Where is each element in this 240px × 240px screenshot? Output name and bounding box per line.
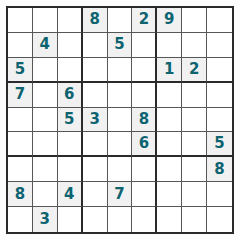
cell-r3c7[interactable]: 1 [157,58,182,83]
cell-r4c7[interactable] [157,83,182,108]
cell-r3c9[interactable] [207,58,232,83]
cell-r2c5[interactable]: 5 [108,33,133,58]
cell-r6c8[interactable] [182,132,207,157]
sudoku-widget: 82945512765386588473 [0,0,240,240]
cell-r7c7[interactable] [157,157,182,182]
cell-r3c4[interactable] [83,58,108,83]
cell-r9c8[interactable] [182,207,207,232]
cell-r5c3[interactable]: 5 [58,108,83,133]
cell-r6c6[interactable]: 6 [132,132,157,157]
cell-r8c1[interactable]: 8 [8,182,33,207]
cell-r7c6[interactable] [132,157,157,182]
cell-r9c1[interactable] [8,207,33,232]
cell-r5c5[interactable] [108,108,133,133]
cell-r8c6[interactable] [132,182,157,207]
cell-r1c9[interactable] [207,8,232,33]
cell-r6c5[interactable] [108,132,133,157]
cell-r7c5[interactable] [108,157,133,182]
cell-r6c2[interactable] [33,132,58,157]
cell-r5c7[interactable] [157,108,182,133]
cell-r4c4[interactable] [83,83,108,108]
cell-r1c7[interactable]: 9 [157,8,182,33]
cell-r6c4[interactable] [83,132,108,157]
cell-r8c9[interactable] [207,182,232,207]
cell-r8c2[interactable] [33,182,58,207]
cell-r3c6[interactable] [132,58,157,83]
cell-r1c3[interactable] [58,8,83,33]
cell-r7c8[interactable] [182,157,207,182]
cell-r5c1[interactable] [8,108,33,133]
cell-r7c1[interactable] [8,157,33,182]
cell-r4c1[interactable]: 7 [8,83,33,108]
cell-r1c1[interactable] [8,8,33,33]
cell-r9c4[interactable] [83,207,108,232]
cell-r9c5[interactable] [108,207,133,232]
cell-r7c4[interactable] [83,157,108,182]
cell-r6c3[interactable] [58,132,83,157]
cell-r8c7[interactable] [157,182,182,207]
cell-r1c8[interactable] [182,8,207,33]
cell-r9c7[interactable] [157,207,182,232]
cell-r1c4[interactable]: 8 [83,8,108,33]
cell-r1c5[interactable] [108,8,133,33]
cell-r2c8[interactable] [182,33,207,58]
cell-r3c2[interactable] [33,58,58,83]
cell-r3c5[interactable] [108,58,133,83]
cell-r2c3[interactable] [58,33,83,58]
cell-r5c9[interactable] [207,108,232,133]
cell-r2c9[interactable] [207,33,232,58]
cell-r5c6[interactable]: 8 [132,108,157,133]
cell-r9c6[interactable] [132,207,157,232]
cell-r2c4[interactable] [83,33,108,58]
cell-r7c9[interactable]: 8 [207,157,232,182]
cell-r8c4[interactable] [83,182,108,207]
cell-r6c1[interactable] [8,132,33,157]
cell-r3c3[interactable] [58,58,83,83]
cell-r4c9[interactable] [207,83,232,108]
cell-r4c6[interactable] [132,83,157,108]
cell-r3c1[interactable]: 5 [8,58,33,83]
cell-r6c7[interactable] [157,132,182,157]
cell-r9c2[interactable]: 3 [33,207,58,232]
cell-r4c5[interactable] [108,83,133,108]
cell-r5c2[interactable] [33,108,58,133]
cell-r9c3[interactable] [58,207,83,232]
sudoku-board: 82945512765386588473 [6,6,234,234]
cell-r1c6[interactable]: 2 [132,8,157,33]
cell-r2c1[interactable] [8,33,33,58]
cell-r8c5[interactable]: 7 [108,182,133,207]
cell-r7c3[interactable] [58,157,83,182]
cell-r3c8[interactable]: 2 [182,58,207,83]
cell-r4c3[interactable]: 6 [58,83,83,108]
cell-r9c9[interactable] [207,207,232,232]
cell-r2c6[interactable] [132,33,157,58]
cell-r2c2[interactable]: 4 [33,33,58,58]
cell-r8c8[interactable] [182,182,207,207]
cell-r7c2[interactable] [33,157,58,182]
cell-r1c2[interactable] [33,8,58,33]
cell-r4c8[interactable] [182,83,207,108]
cell-r6c9[interactable]: 5 [207,132,232,157]
cell-r2c7[interactable] [157,33,182,58]
cell-r5c8[interactable] [182,108,207,133]
cell-r4c2[interactable] [33,83,58,108]
cell-r8c3[interactable]: 4 [58,182,83,207]
cell-r5c4[interactable]: 3 [83,108,108,133]
